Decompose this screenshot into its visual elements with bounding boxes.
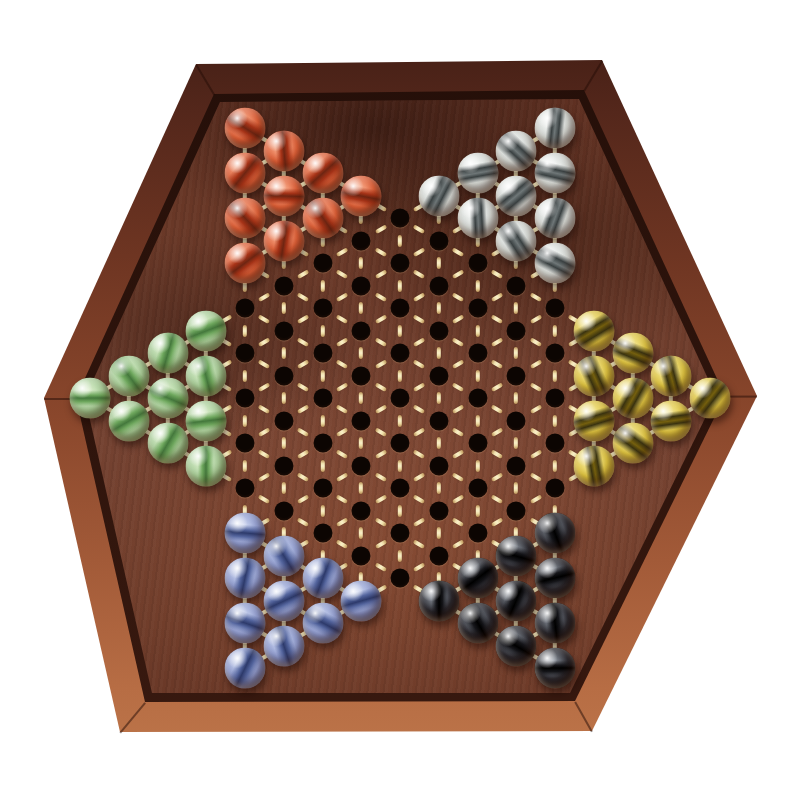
board-hole[interactable] [352, 276, 371, 295]
inlay-dash [282, 392, 286, 404]
marble-black[interactable] [496, 625, 537, 666]
marble-black[interactable] [535, 558, 576, 599]
board-hole[interactable] [236, 479, 255, 498]
inlay-dash [413, 540, 425, 549]
inlay-dash [243, 370, 247, 382]
inlay-dash [243, 415, 247, 427]
board-hole[interactable] [352, 546, 371, 565]
inlay-dash [452, 495, 464, 504]
inlay-dash [514, 302, 518, 314]
board-hole[interactable] [429, 276, 448, 295]
inlay-dash [375, 360, 387, 369]
marble-black[interactable] [535, 513, 576, 554]
inlay-dash [413, 427, 425, 436]
inlay-dash [452, 315, 464, 324]
inlay-dash [491, 427, 503, 436]
inlay-dash [297, 517, 309, 526]
marble-red[interactable] [225, 108, 266, 149]
board-hole[interactable] [546, 344, 565, 363]
inlay-dash [530, 472, 542, 481]
inlay-dash [476, 505, 480, 517]
board-hole[interactable] [468, 524, 487, 543]
marble-red[interactable] [225, 153, 266, 194]
board-hole[interactable] [468, 479, 487, 498]
inlay-dash [375, 450, 387, 459]
marble-yellow[interactable] [573, 445, 614, 486]
marble-white-gray[interactable] [457, 198, 498, 239]
inlay-dash [476, 460, 480, 472]
inlay-dash [375, 427, 387, 436]
inlay-dash [258, 382, 270, 391]
inlay-dash [553, 370, 557, 382]
board-hole[interactable] [429, 411, 448, 430]
marble-yellow[interactable] [690, 378, 731, 419]
inlay-dash [398, 325, 402, 337]
board-hole[interactable] [391, 344, 410, 363]
board-hole[interactable] [391, 569, 410, 588]
inlay-dash [297, 292, 309, 301]
board-hole[interactable] [391, 434, 410, 453]
inlay-dash [491, 517, 503, 526]
inlay-dash [297, 427, 309, 436]
inlay-dash [375, 337, 387, 346]
inlay-dash [375, 517, 387, 526]
marble-blue[interactable] [225, 648, 266, 689]
marble-black[interactable] [457, 603, 498, 644]
marble-green[interactable] [70, 378, 111, 419]
board-hole[interactable] [352, 501, 371, 520]
product-photo [0, 0, 800, 800]
inlay-dash [452, 540, 464, 549]
inlay-dash [413, 472, 425, 481]
inlay-dash [359, 437, 363, 449]
inlay-dash [359, 527, 363, 539]
inlay-dash [336, 247, 348, 256]
inlay-dash [398, 550, 402, 562]
inlay-dash [491, 292, 503, 301]
board-hole[interactable] [313, 299, 332, 318]
inlay-dash [336, 270, 348, 279]
marble-red[interactable] [302, 153, 343, 194]
inlay-dash [258, 450, 270, 459]
board-hole[interactable] [546, 389, 565, 408]
board-hole[interactable] [429, 231, 448, 250]
inlay-dash [375, 270, 387, 279]
inlay-dash [336, 382, 348, 391]
board-hole[interactable] [352, 321, 371, 340]
marble-blue[interactable] [263, 625, 304, 666]
marble-blue[interactable] [302, 558, 343, 599]
chinese-checkers-board [0, 0, 800, 800]
inlay-dash [437, 527, 441, 539]
inlay-dash [297, 472, 309, 481]
marble-white-gray[interactable] [418, 175, 459, 216]
inlay-dash [491, 472, 503, 481]
inlay-dash [413, 382, 425, 391]
board-hole[interactable] [468, 434, 487, 453]
marble-yellow[interactable] [612, 378, 653, 419]
marble-green[interactable] [147, 333, 188, 374]
inlay-dash [321, 505, 325, 517]
marble-blue[interactable] [225, 513, 266, 554]
inlay-dash [258, 495, 270, 504]
inlay-dash [336, 427, 348, 436]
inlay-dash [359, 392, 363, 404]
board-hole[interactable] [313, 389, 332, 408]
marble-yellow[interactable] [573, 310, 614, 351]
inlay-dash [514, 482, 518, 494]
inlay-dash [258, 405, 270, 414]
inlay-dash [258, 427, 270, 436]
inlay-dash [336, 517, 348, 526]
inlay-dash [530, 450, 542, 459]
marble-red[interactable] [225, 243, 266, 284]
marble-yellow[interactable] [651, 355, 692, 396]
marble-green[interactable] [108, 400, 149, 441]
inlay-dash [413, 360, 425, 369]
inlay-dash [336, 292, 348, 301]
inlay-dash [452, 472, 464, 481]
inlay-dash [452, 337, 464, 346]
board-hole[interactable] [274, 366, 293, 385]
board-hole[interactable] [468, 299, 487, 318]
inlay-dash [282, 302, 286, 314]
board-hole[interactable] [274, 456, 293, 475]
board-hole[interactable] [429, 546, 448, 565]
inlay-dash [437, 347, 441, 359]
inlay-dash [491, 382, 503, 391]
inlay-dash [398, 460, 402, 472]
board-hole[interactable] [507, 276, 526, 295]
inlay-dash [359, 347, 363, 359]
inlay-dash [452, 360, 464, 369]
marble-green[interactable] [147, 378, 188, 419]
marble-green[interactable] [186, 445, 227, 486]
inlay-dash [530, 495, 542, 504]
inlay-dash [491, 337, 503, 346]
inlay-dash [258, 472, 270, 481]
inlay-dash [491, 495, 503, 504]
inlay-dash [336, 315, 348, 324]
inlay-dash [321, 280, 325, 292]
inlay-dash [476, 325, 480, 337]
inlay-dash [553, 325, 557, 337]
marble-red[interactable] [225, 198, 266, 239]
marble-green[interactable] [186, 400, 227, 441]
board-hole[interactable] [236, 344, 255, 363]
board-hole[interactable] [352, 366, 371, 385]
inlay-dash [398, 280, 402, 292]
inlay-dash [258, 315, 270, 324]
board-hole[interactable] [313, 479, 332, 498]
inlay-dash [514, 347, 518, 359]
marble-blue[interactable] [225, 558, 266, 599]
marble-white-gray[interactable] [535, 243, 576, 284]
board-hole[interactable] [507, 366, 526, 385]
board-hole[interactable] [429, 456, 448, 475]
inlay-dash [258, 360, 270, 369]
inlay-dash [297, 315, 309, 324]
inlay-dash [336, 472, 348, 481]
inlay-dash [375, 225, 387, 234]
inlay-dash [375, 405, 387, 414]
marble-white-gray[interactable] [535, 153, 576, 194]
inlay-dash [476, 280, 480, 292]
inlay-dash [530, 292, 542, 301]
marble-black[interactable] [535, 648, 576, 689]
board-hole[interactable] [391, 479, 410, 498]
board-hole[interactable] [274, 411, 293, 430]
board-hole[interactable] [391, 209, 410, 228]
inlay-dash [321, 460, 325, 472]
inlay-dash [413, 517, 425, 526]
inlay-dash [530, 337, 542, 346]
inlay-dash [491, 270, 503, 279]
inlay-dash [375, 472, 387, 481]
inlay-dash [476, 370, 480, 382]
marble-red[interactable] [263, 130, 304, 171]
board-hole[interactable] [468, 389, 487, 408]
marble-white-gray[interactable] [496, 130, 537, 171]
inlay-dash [413, 405, 425, 414]
board-hole[interactable] [313, 344, 332, 363]
inlay-dash [452, 382, 464, 391]
marble-black[interactable] [496, 535, 537, 576]
board-hole[interactable] [391, 254, 410, 273]
inlay-dash [375, 315, 387, 324]
inlay-dash [375, 292, 387, 301]
board-hole[interactable] [429, 366, 448, 385]
inlay-dash [530, 427, 542, 436]
board-hole[interactable] [507, 411, 526, 430]
inlay-dash [297, 405, 309, 414]
board-hole[interactable] [352, 456, 371, 475]
board-hole[interactable] [313, 254, 332, 273]
inlay-dash [413, 450, 425, 459]
marble-blue[interactable] [341, 580, 382, 621]
inlay-dash [297, 450, 309, 459]
inlay-dash [437, 257, 441, 269]
inlay-dash [491, 315, 503, 324]
inlay-dash [413, 495, 425, 504]
marble-green[interactable] [186, 310, 227, 351]
board-hole[interactable] [391, 299, 410, 318]
marble-white-gray[interactable] [535, 198, 576, 239]
inlay-dash [398, 235, 402, 247]
inlay-dash [530, 360, 542, 369]
board-hole[interactable] [313, 434, 332, 453]
board-hole[interactable] [236, 299, 255, 318]
inlay-dash [413, 225, 425, 234]
marble-red[interactable] [302, 198, 343, 239]
inlay-dash [375, 562, 387, 571]
inlay-dash [375, 540, 387, 549]
inlay-dash [413, 270, 425, 279]
inlay-dash [413, 315, 425, 324]
inlay-dash [452, 427, 464, 436]
board-hole[interactable] [274, 276, 293, 295]
inlay-dash [514, 392, 518, 404]
inlay-dash [375, 382, 387, 391]
inlay-dash [437, 437, 441, 449]
inlay-dash [491, 360, 503, 369]
board-hole[interactable] [236, 389, 255, 408]
inlay-dash [336, 337, 348, 346]
inlay-dash [530, 315, 542, 324]
inlay-dash [398, 505, 402, 517]
inlay-dash [437, 392, 441, 404]
inlay-dash [297, 382, 309, 391]
inlay-dash [359, 302, 363, 314]
marble-green[interactable] [108, 355, 149, 396]
inlay-dash [437, 482, 441, 494]
marble-white-gray[interactable] [535, 108, 576, 149]
inlay-dash [375, 495, 387, 504]
inlay-dash [437, 302, 441, 314]
inlay-dash [297, 270, 309, 279]
board-hole[interactable] [468, 344, 487, 363]
board-hole[interactable] [391, 524, 410, 543]
inlay-dash [530, 382, 542, 391]
marble-yellow[interactable] [573, 355, 614, 396]
marble-green[interactable] [147, 423, 188, 464]
marble-black[interactable] [535, 603, 576, 644]
marble-white-gray[interactable] [496, 175, 537, 216]
marble-yellow[interactable] [573, 400, 614, 441]
inlay-dash [398, 415, 402, 427]
inlay-dash [452, 517, 464, 526]
board-hole[interactable] [391, 389, 410, 408]
inlay-dash [243, 460, 247, 472]
board-hole[interactable] [546, 299, 565, 318]
board-hole[interactable] [507, 321, 526, 340]
inlay-dash [553, 415, 557, 427]
board-hole[interactable] [352, 231, 371, 250]
inlay-dash [491, 405, 503, 414]
inlay-dash [476, 415, 480, 427]
board-hole[interactable] [313, 524, 332, 543]
marble-yellow[interactable] [612, 333, 653, 374]
inlay-dash [514, 437, 518, 449]
marble-blue[interactable] [225, 603, 266, 644]
inlay-dash [452, 450, 464, 459]
inlay-dash [452, 405, 464, 414]
inlay-dash [336, 540, 348, 549]
board-hole[interactable] [429, 501, 448, 520]
marble-white-gray[interactable] [457, 153, 498, 194]
inlay-dash [553, 460, 557, 472]
inlay-dash [258, 292, 270, 301]
inlay-dash [359, 482, 363, 494]
inlay-dash [282, 437, 286, 449]
board-hole[interactable] [429, 321, 448, 340]
inlay-dash [413, 337, 425, 346]
marble-blue[interactable] [263, 535, 304, 576]
marble-black[interactable] [496, 580, 537, 621]
inlay-dash [398, 370, 402, 382]
marble-yellow[interactable] [612, 423, 653, 464]
inlay-dash [258, 337, 270, 346]
inlay-dash [243, 325, 247, 337]
board-hole[interactable] [274, 501, 293, 520]
marble-red[interactable] [263, 175, 304, 216]
marble-black[interactable] [418, 580, 459, 621]
inlay-dash [452, 247, 464, 256]
inlay-dash [321, 370, 325, 382]
inlay-dash [297, 495, 309, 504]
marble-green[interactable] [186, 355, 227, 396]
inlay-dash [413, 562, 425, 571]
inlay-dash [359, 257, 363, 269]
board-hole[interactable] [546, 479, 565, 498]
board-hole[interactable] [507, 501, 526, 520]
inlay-dash [336, 405, 348, 414]
inlay-dash [413, 247, 425, 256]
inlay-dash [336, 450, 348, 459]
inlay-dash [452, 270, 464, 279]
inlay-dash [297, 360, 309, 369]
inlay-dash [336, 495, 348, 504]
inlay-dash [336, 360, 348, 369]
board-hole[interactable] [236, 434, 255, 453]
inlay-dash [413, 292, 425, 301]
inlay-dash [452, 292, 464, 301]
inlay-dash [282, 482, 286, 494]
board-hole[interactable] [546, 434, 565, 453]
marble-white-gray[interactable] [496, 220, 537, 261]
board-hole[interactable] [274, 321, 293, 340]
marble-blue[interactable] [302, 603, 343, 644]
marble-blue[interactable] [263, 580, 304, 621]
board-hole[interactable] [507, 456, 526, 475]
inlay-dash [297, 337, 309, 346]
inlay-dash [321, 325, 325, 337]
inlay-dash [491, 450, 503, 459]
marble-red[interactable] [263, 220, 304, 261]
inlay-dash [530, 405, 542, 414]
marble-red[interactable] [341, 175, 382, 216]
board-hole[interactable] [468, 254, 487, 273]
inlay-dash [321, 415, 325, 427]
marble-yellow[interactable] [651, 400, 692, 441]
inlay-dash [375, 247, 387, 256]
inlay-dash [282, 347, 286, 359]
marble-black[interactable] [457, 558, 498, 599]
board-hole[interactable] [352, 411, 371, 430]
